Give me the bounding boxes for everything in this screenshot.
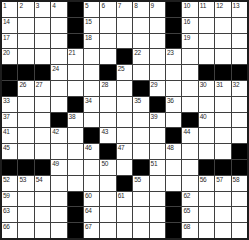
cell-r14c5[interactable]: 67 bbox=[84, 223, 99, 238]
cell-r12c12[interactable] bbox=[199, 192, 214, 207]
cell-r5c5[interactable] bbox=[84, 81, 99, 96]
cell-r10c10[interactable] bbox=[166, 160, 181, 175]
black-cell-r4c14 bbox=[232, 65, 247, 80]
clue-number-23: 23 bbox=[167, 49, 174, 56]
cell-r2c3[interactable] bbox=[51, 34, 66, 49]
cell-r5c4[interactable] bbox=[68, 81, 83, 96]
cell-r14c6[interactable] bbox=[100, 223, 115, 238]
cell-r0c5[interactable]: 5 bbox=[84, 2, 99, 17]
cell-r3c10[interactable]: 23 bbox=[166, 49, 181, 64]
cell-r1c1[interactable] bbox=[18, 18, 33, 33]
cell-r3c12[interactable] bbox=[199, 49, 214, 64]
black-cell-r12c4 bbox=[68, 192, 83, 207]
cell-r1c13[interactable] bbox=[215, 18, 230, 33]
cell-r12c8[interactable] bbox=[133, 192, 148, 207]
black-cell-r10c13 bbox=[215, 160, 230, 175]
cell-r0c0[interactable]: 1 bbox=[2, 2, 17, 17]
clue-number-44: 44 bbox=[183, 128, 190, 135]
cell-r4c5[interactable] bbox=[84, 65, 99, 80]
cell-r13c14[interactable] bbox=[232, 207, 247, 222]
cell-r6c3[interactable] bbox=[51, 97, 66, 112]
black-cell-r3c7 bbox=[117, 49, 132, 64]
black-cell-r13c4 bbox=[68, 207, 83, 222]
black-cell-r0c4 bbox=[68, 2, 83, 17]
cell-r11c3[interactable] bbox=[51, 176, 66, 191]
clue-number-68: 68 bbox=[183, 223, 190, 230]
clue-number-37: 37 bbox=[3, 113, 10, 120]
cell-r9c11[interactable] bbox=[182, 144, 197, 159]
cell-r13c0[interactable]: 63 bbox=[2, 207, 17, 222]
cell-r7c13[interactable] bbox=[215, 113, 230, 128]
clue-number-11: 11 bbox=[200, 2, 206, 9]
cell-r7c7[interactable] bbox=[117, 113, 132, 128]
clue-number-65: 65 bbox=[183, 207, 190, 214]
cell-r13c5[interactable]: 64 bbox=[84, 207, 99, 222]
cell-r4c11[interactable] bbox=[182, 65, 197, 80]
cell-r3c13[interactable] bbox=[215, 49, 230, 64]
clue-number-46: 46 bbox=[85, 144, 92, 151]
cell-r5c3[interactable] bbox=[51, 81, 66, 96]
cell-r0c2[interactable]: 3 bbox=[35, 2, 50, 17]
cell-r6c10[interactable]: 36 bbox=[166, 97, 181, 112]
cell-r7c9[interactable]: 39 bbox=[150, 113, 165, 128]
clue-number-3: 3 bbox=[36, 2, 39, 9]
clue-number-66: 66 bbox=[3, 223, 10, 230]
cell-r2c8[interactable] bbox=[133, 34, 148, 49]
cell-r8c0[interactable]: 41 bbox=[2, 128, 17, 143]
cell-r9c7[interactable]: 47 bbox=[117, 144, 132, 159]
cell-r10c4[interactable] bbox=[68, 160, 83, 175]
cell-r4c3[interactable]: 24 bbox=[51, 65, 66, 80]
cell-r10c7[interactable] bbox=[117, 160, 132, 175]
cell-r5c10[interactable] bbox=[166, 81, 181, 96]
cell-r9c2[interactable] bbox=[35, 144, 50, 159]
black-cell-r0c10 bbox=[166, 2, 181, 17]
cell-r8c4[interactable] bbox=[68, 128, 83, 143]
crossword-board: 1234567891011121314151617181920212223242… bbox=[0, 0, 249, 240]
clue-number-33: 33 bbox=[3, 97, 10, 104]
cell-r7c1[interactable] bbox=[18, 113, 33, 128]
black-cell-r6c9 bbox=[150, 97, 165, 112]
cell-r12c5[interactable]: 60 bbox=[84, 192, 99, 207]
cell-r14c13[interactable] bbox=[215, 223, 230, 238]
black-cell-r10c14 bbox=[232, 160, 247, 175]
clue-number-12: 12 bbox=[216, 2, 223, 9]
clue-number-6: 6 bbox=[101, 2, 104, 9]
cell-r12c7[interactable]: 61 bbox=[117, 192, 132, 207]
clue-number-48: 48 bbox=[167, 144, 174, 151]
black-cell-r11c7 bbox=[117, 176, 132, 191]
cell-r13c13[interactable] bbox=[215, 207, 230, 222]
clue-number-18: 18 bbox=[85, 34, 92, 41]
clue-number-13: 13 bbox=[233, 2, 240, 9]
cell-r0c6[interactable]: 6 bbox=[100, 2, 115, 17]
cell-r1c7[interactable] bbox=[117, 18, 132, 33]
clue-number-61: 61 bbox=[118, 192, 125, 199]
black-cell-r4c13 bbox=[215, 65, 230, 80]
cell-r14c1[interactable] bbox=[18, 223, 33, 238]
cell-r8c1[interactable] bbox=[18, 128, 33, 143]
cell-r7c8[interactable] bbox=[133, 113, 148, 128]
black-cell-r5c8 bbox=[133, 81, 148, 96]
cell-r2c6[interactable] bbox=[100, 34, 115, 49]
cell-r11c14[interactable]: 58 bbox=[232, 176, 247, 191]
cell-r7c4[interactable]: 38 bbox=[68, 113, 83, 128]
cell-r2c0[interactable]: 17 bbox=[2, 34, 17, 49]
cell-r10c9[interactable]: 51 bbox=[150, 160, 165, 175]
cell-r2c7[interactable] bbox=[117, 34, 132, 49]
black-cell-r5c0 bbox=[2, 81, 17, 96]
clue-number-67: 67 bbox=[85, 223, 92, 230]
cell-r12c2[interactable] bbox=[35, 192, 50, 207]
cell-r1c9[interactable] bbox=[150, 18, 165, 33]
cell-r11c4[interactable] bbox=[68, 176, 83, 191]
cell-r11c11[interactable] bbox=[182, 176, 197, 191]
cell-r13c9[interactable] bbox=[150, 207, 165, 222]
cell-r3c6[interactable] bbox=[100, 49, 115, 64]
cell-r8c14[interactable] bbox=[232, 128, 247, 143]
clue-number-59: 59 bbox=[3, 192, 10, 199]
cell-r8c3[interactable]: 42 bbox=[51, 128, 66, 143]
cell-r5c7[interactable] bbox=[117, 81, 132, 96]
black-cell-r10c1 bbox=[18, 160, 33, 175]
clue-number-52: 52 bbox=[3, 176, 10, 183]
cell-r3c9[interactable] bbox=[150, 49, 165, 64]
clue-number-45: 45 bbox=[3, 144, 10, 151]
cell-r2c14[interactable] bbox=[232, 34, 247, 49]
cell-r13c6[interactable] bbox=[100, 207, 115, 222]
clue-number-24: 24 bbox=[52, 65, 59, 72]
cell-r3c4[interactable]: 21 bbox=[68, 49, 83, 64]
clue-number-26: 26 bbox=[19, 81, 26, 88]
clue-number-2: 2 bbox=[19, 2, 22, 9]
clue-number-16: 16 bbox=[183, 18, 190, 25]
cell-r5c14[interactable]: 32 bbox=[232, 81, 247, 96]
black-cell-r4c6 bbox=[100, 65, 115, 80]
black-cell-r9c14 bbox=[232, 144, 247, 159]
cell-r12c0[interactable]: 59 bbox=[2, 192, 17, 207]
cell-r5c2[interactable]: 27 bbox=[35, 81, 50, 96]
cell-r5c13[interactable]: 31 bbox=[215, 81, 230, 96]
cell-r8c11[interactable]: 44 bbox=[182, 128, 197, 143]
clue-number-40: 40 bbox=[200, 113, 207, 120]
clue-number-22: 22 bbox=[134, 49, 141, 56]
cell-r13c1[interactable] bbox=[18, 207, 33, 222]
cell-r3c5[interactable] bbox=[84, 49, 99, 64]
clue-number-63: 63 bbox=[3, 207, 10, 214]
cell-r3c3[interactable] bbox=[51, 49, 66, 64]
cell-r13c3[interactable] bbox=[51, 207, 66, 222]
cell-r0c12[interactable]: 11 bbox=[199, 2, 214, 17]
cell-r6c7[interactable] bbox=[117, 97, 132, 112]
cell-r8c12[interactable] bbox=[199, 128, 214, 143]
clue-number-28: 28 bbox=[101, 81, 108, 88]
cell-r4c10[interactable] bbox=[166, 65, 181, 80]
cell-r9c4[interactable] bbox=[68, 144, 83, 159]
cell-r7c2[interactable] bbox=[35, 113, 50, 128]
clue-number-62: 62 bbox=[183, 192, 190, 199]
cell-r6c5[interactable]: 34 bbox=[84, 97, 99, 112]
clue-number-42: 42 bbox=[52, 128, 59, 135]
clue-number-51: 51 bbox=[151, 160, 158, 167]
cell-r13c8[interactable] bbox=[133, 207, 148, 222]
clue-number-50: 50 bbox=[101, 160, 108, 167]
cell-r9c13[interactable] bbox=[215, 144, 230, 159]
black-cell-r10c12 bbox=[199, 160, 214, 175]
clue-number-60: 60 bbox=[85, 192, 92, 199]
black-cell-r4c0 bbox=[2, 65, 17, 80]
cell-r5c1[interactable]: 26 bbox=[18, 81, 33, 96]
cell-r0c7[interactable]: 7 bbox=[117, 2, 132, 17]
cell-r6c11[interactable] bbox=[182, 97, 197, 112]
black-cell-r10c8 bbox=[133, 160, 148, 175]
cell-r1c6[interactable] bbox=[100, 18, 115, 33]
black-cell-r14c4 bbox=[68, 223, 83, 238]
cell-r9c12[interactable] bbox=[199, 144, 214, 159]
cell-r1c2[interactable] bbox=[35, 18, 50, 33]
clue-number-27: 27 bbox=[36, 81, 43, 88]
cell-r9c9[interactable] bbox=[150, 144, 165, 159]
clue-number-55: 55 bbox=[134, 176, 141, 183]
cell-r1c3[interactable] bbox=[51, 18, 66, 33]
cell-r2c12[interactable] bbox=[199, 34, 214, 49]
clue-number-15: 15 bbox=[85, 18, 92, 25]
black-cell-r14c10 bbox=[166, 223, 181, 238]
clue-number-9: 9 bbox=[151, 2, 154, 9]
cell-r14c8[interactable] bbox=[133, 223, 148, 238]
cell-r4c7[interactable]: 25 bbox=[117, 65, 132, 80]
cell-r14c7[interactable] bbox=[117, 223, 132, 238]
cell-r6c13[interactable] bbox=[215, 97, 230, 112]
clue-number-58: 58 bbox=[233, 176, 240, 183]
cell-r3c2[interactable] bbox=[35, 49, 50, 64]
cell-r7c12[interactable]: 40 bbox=[199, 113, 214, 128]
cell-r1c8[interactable] bbox=[133, 18, 148, 33]
cell-r12c13[interactable] bbox=[215, 192, 230, 207]
clue-number-19: 19 bbox=[183, 34, 190, 41]
clue-number-47: 47 bbox=[118, 144, 125, 151]
clue-number-31: 31 bbox=[216, 81, 223, 88]
cell-r4c8[interactable] bbox=[133, 65, 148, 80]
clue-number-5: 5 bbox=[85, 2, 88, 9]
cell-r10c3[interactable]: 49 bbox=[51, 160, 66, 175]
cell-r8c2[interactable] bbox=[35, 128, 50, 143]
clue-number-17: 17 bbox=[3, 34, 10, 41]
black-cell-r9c6 bbox=[100, 144, 115, 159]
clue-number-34: 34 bbox=[85, 97, 92, 104]
cell-r14c0[interactable]: 66 bbox=[2, 223, 17, 238]
cell-r10c6[interactable]: 50 bbox=[100, 160, 115, 175]
cell-r1c0[interactable]: 14 bbox=[2, 18, 17, 33]
cell-r2c1[interactable] bbox=[18, 34, 33, 49]
clue-number-38: 38 bbox=[69, 113, 76, 120]
black-cell-r7c3 bbox=[51, 113, 66, 128]
black-cell-r1c4 bbox=[68, 18, 83, 33]
cell-r0c9[interactable]: 9 bbox=[150, 2, 165, 17]
cell-r2c2[interactable] bbox=[35, 34, 50, 49]
black-cell-r8c10 bbox=[166, 128, 181, 143]
black-cell-r2c10 bbox=[166, 34, 181, 49]
cell-r1c12[interactable] bbox=[199, 18, 214, 33]
clue-number-21: 21 bbox=[69, 49, 76, 56]
clue-number-32: 32 bbox=[233, 81, 240, 88]
cell-r14c9[interactable] bbox=[150, 223, 165, 238]
cell-r11c5[interactable] bbox=[84, 176, 99, 191]
cell-r3c0[interactable]: 20 bbox=[2, 49, 17, 64]
cell-r2c9[interactable] bbox=[150, 34, 165, 49]
black-cell-r6c4 bbox=[68, 97, 83, 112]
cell-r8c9[interactable] bbox=[150, 128, 165, 143]
clue-number-25: 25 bbox=[118, 65, 125, 72]
cell-r10c11[interactable] bbox=[182, 160, 197, 175]
cell-r14c11[interactable]: 68 bbox=[182, 223, 197, 238]
clue-number-30: 30 bbox=[200, 81, 207, 88]
clue-number-64: 64 bbox=[85, 207, 92, 214]
cell-r13c12[interactable] bbox=[199, 207, 214, 222]
cell-r4c9[interactable] bbox=[150, 65, 165, 80]
cell-r0c14[interactable]: 13 bbox=[232, 2, 247, 17]
cell-r14c3[interactable] bbox=[51, 223, 66, 238]
black-cell-r4c12 bbox=[199, 65, 214, 80]
black-cell-r4c1 bbox=[18, 65, 33, 80]
cell-r7c6[interactable] bbox=[100, 113, 115, 128]
clue-number-36: 36 bbox=[167, 97, 174, 104]
cell-r11c12[interactable]: 56 bbox=[199, 176, 214, 191]
cell-r1c14[interactable] bbox=[232, 18, 247, 33]
cell-r6c0[interactable]: 33 bbox=[2, 97, 17, 112]
cell-r4c4[interactable] bbox=[68, 65, 83, 80]
cell-r3c1[interactable] bbox=[18, 49, 33, 64]
cell-r7c14[interactable] bbox=[232, 113, 247, 128]
cell-r12c3[interactable] bbox=[51, 192, 66, 207]
cell-r1c11[interactable]: 16 bbox=[182, 18, 197, 33]
black-cell-r13c10 bbox=[166, 207, 181, 222]
clue-number-20: 20 bbox=[3, 49, 10, 56]
cell-r9c1[interactable] bbox=[18, 144, 33, 159]
cell-r7c10[interactable] bbox=[166, 113, 181, 128]
clue-number-4: 4 bbox=[52, 2, 55, 9]
cell-r6c2[interactable] bbox=[35, 97, 50, 112]
cell-r6c6[interactable] bbox=[100, 97, 115, 112]
cell-r8c7[interactable] bbox=[117, 128, 132, 143]
cell-r1c5[interactable]: 15 bbox=[84, 18, 99, 33]
cell-r9c3[interactable] bbox=[51, 144, 66, 159]
cell-r5c11[interactable] bbox=[182, 81, 197, 96]
cell-r11c8[interactable]: 55 bbox=[133, 176, 148, 191]
clue-number-57: 57 bbox=[216, 176, 223, 183]
clue-number-1: 1 bbox=[3, 2, 6, 9]
cell-r12c1[interactable] bbox=[18, 192, 33, 207]
cell-r13c7[interactable] bbox=[117, 207, 132, 222]
clue-number-49: 49 bbox=[52, 160, 59, 167]
cell-r0c1[interactable]: 2 bbox=[18, 2, 33, 17]
cell-r9c0[interactable]: 45 bbox=[2, 144, 17, 159]
cell-r12c14[interactable] bbox=[232, 192, 247, 207]
cell-r12c9[interactable] bbox=[150, 192, 165, 207]
black-cell-r7c11 bbox=[182, 113, 197, 128]
cell-r0c11[interactable]: 10 bbox=[182, 2, 197, 17]
cell-r8c13[interactable] bbox=[215, 128, 230, 143]
cell-r13c2[interactable] bbox=[35, 207, 50, 222]
cell-r12c6[interactable] bbox=[100, 192, 115, 207]
black-cell-r8c5 bbox=[84, 128, 99, 143]
cell-r14c2[interactable] bbox=[35, 223, 50, 238]
cell-r7c0[interactable]: 37 bbox=[2, 113, 17, 128]
cell-r2c11[interactable]: 19 bbox=[182, 34, 197, 49]
black-cell-r2c4 bbox=[68, 34, 83, 49]
cell-r5c6[interactable]: 28 bbox=[100, 81, 115, 96]
clue-number-10: 10 bbox=[183, 2, 190, 9]
cell-r14c12[interactable] bbox=[199, 223, 214, 238]
cell-r7c5[interactable] bbox=[84, 113, 99, 128]
clue-number-7: 7 bbox=[118, 2, 121, 9]
cell-r11c9[interactable] bbox=[150, 176, 165, 191]
clue-number-54: 54 bbox=[36, 176, 43, 183]
clue-number-29: 29 bbox=[151, 81, 158, 88]
cell-r11c0[interactable]: 52 bbox=[2, 176, 17, 191]
cell-r3c11[interactable] bbox=[182, 49, 197, 64]
cell-r11c13[interactable]: 57 bbox=[215, 176, 230, 191]
black-cell-r4c2 bbox=[35, 65, 50, 80]
clue-number-53: 53 bbox=[19, 176, 26, 183]
cell-r13c11[interactable]: 65 bbox=[182, 207, 197, 222]
cell-r6c1[interactable] bbox=[18, 97, 33, 112]
cell-r6c14[interactable] bbox=[232, 97, 247, 112]
cell-r9c5[interactable]: 46 bbox=[84, 144, 99, 159]
black-cell-r1c10 bbox=[166, 18, 181, 33]
cell-r0c13[interactable]: 12 bbox=[215, 2, 230, 17]
cell-r5c12[interactable]: 30 bbox=[199, 81, 214, 96]
cell-r11c1[interactable]: 53 bbox=[18, 176, 33, 191]
cell-r8c6[interactable]: 43 bbox=[100, 128, 115, 143]
cell-r11c10[interactable] bbox=[166, 176, 181, 191]
cell-r3c14[interactable] bbox=[232, 49, 247, 64]
cell-r10c5[interactable] bbox=[84, 160, 99, 175]
black-cell-r10c2 bbox=[35, 160, 50, 175]
clue-number-8: 8 bbox=[134, 2, 137, 9]
clue-number-41: 41 bbox=[3, 128, 10, 135]
clue-number-39: 39 bbox=[151, 113, 158, 120]
black-cell-r10c0 bbox=[2, 160, 17, 175]
cell-r0c8[interactable]: 8 bbox=[133, 2, 148, 17]
cell-r6c12[interactable] bbox=[199, 97, 214, 112]
cell-r14c14[interactable] bbox=[232, 223, 247, 238]
cell-r12c11[interactable]: 62 bbox=[182, 192, 197, 207]
clue-number-43: 43 bbox=[101, 128, 108, 135]
clue-number-35: 35 bbox=[134, 97, 141, 104]
cell-r6c8[interactable]: 35 bbox=[133, 97, 148, 112]
black-cell-r12c10 bbox=[166, 192, 181, 207]
cell-r0c3[interactable]: 4 bbox=[51, 2, 66, 17]
cell-r2c5[interactable]: 18 bbox=[84, 34, 99, 49]
cell-r9c10[interactable]: 48 bbox=[166, 144, 181, 159]
clue-number-14: 14 bbox=[3, 18, 10, 25]
clue-number-56: 56 bbox=[200, 176, 207, 183]
cell-r2c13[interactable] bbox=[215, 34, 230, 49]
cell-r3c8[interactable]: 22 bbox=[133, 49, 148, 64]
cell-r11c2[interactable]: 54 bbox=[35, 176, 50, 191]
cell-r5c9[interactable]: 29 bbox=[150, 81, 165, 96]
cell-r8c8[interactable] bbox=[133, 128, 148, 143]
cell-r9c8[interactable] bbox=[133, 144, 148, 159]
cell-r11c6[interactable] bbox=[100, 176, 115, 191]
